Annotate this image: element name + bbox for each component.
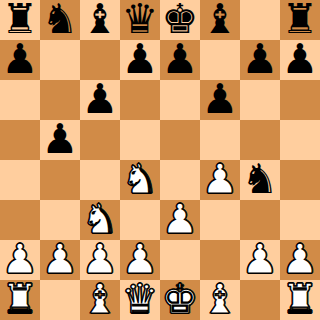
square-c7[interactable] [80,40,120,80]
square-c8[interactable]: ♝ [80,0,120,40]
piece-white-pawn: ♟ [82,239,119,279]
piece-black-pawn: ♟ [162,39,199,79]
square-e3[interactable]: ♟ [160,200,200,240]
square-e8[interactable]: ♚ [160,0,200,40]
piece-black-pawn: ♟ [122,39,159,79]
piece-white-king: ♚ [162,279,199,319]
piece-white-pawn: ♟ [2,239,39,279]
square-h3[interactable] [280,200,320,240]
piece-white-rook: ♜ [2,279,39,319]
square-a5[interactable] [0,120,40,160]
square-f2[interactable] [200,240,240,280]
square-d3[interactable] [120,200,160,240]
square-b1[interactable] [40,280,80,320]
piece-black-pawn: ♟ [2,39,39,79]
square-h5[interactable] [280,120,320,160]
square-g7[interactable]: ♟ [240,40,280,80]
piece-white-pawn: ♟ [282,239,319,279]
piece-black-knight: ♞ [242,159,279,199]
square-d4[interactable]: ♞ [120,160,160,200]
chess-board: ♜♞♝♛♚♝♜♟♟♟♟♟♟♟♟♞♟♞♞♟♟♟♟♟♟♟♜♝♛♚♝♜ [0,0,320,320]
square-b5[interactable]: ♟ [40,120,80,160]
square-h6[interactable] [280,80,320,120]
square-e7[interactable]: ♟ [160,40,200,80]
square-e4[interactable] [160,160,200,200]
square-g3[interactable] [240,200,280,240]
square-e2[interactable] [160,240,200,280]
square-h8[interactable]: ♜ [280,0,320,40]
piece-black-rook: ♜ [282,0,319,39]
square-e5[interactable] [160,120,200,160]
square-c4[interactable] [80,160,120,200]
square-c1[interactable]: ♝ [80,280,120,320]
square-g1[interactable] [240,280,280,320]
piece-white-bishop: ♝ [82,279,119,319]
square-g2[interactable]: ♟ [240,240,280,280]
piece-black-bishop: ♝ [202,0,239,39]
piece-white-knight: ♞ [122,159,159,199]
square-a7[interactable]: ♟ [0,40,40,80]
square-a3[interactable] [0,200,40,240]
piece-black-knight: ♞ [42,0,79,39]
square-e6[interactable] [160,80,200,120]
square-c3[interactable]: ♞ [80,200,120,240]
square-h4[interactable] [280,160,320,200]
square-f3[interactable] [200,200,240,240]
square-c2[interactable]: ♟ [80,240,120,280]
square-a8[interactable]: ♜ [0,0,40,40]
piece-white-rook: ♜ [282,279,319,319]
piece-white-bishop: ♝ [202,279,239,319]
square-b3[interactable] [40,200,80,240]
square-b8[interactable]: ♞ [40,0,80,40]
piece-white-pawn: ♟ [42,239,79,279]
piece-black-bishop: ♝ [82,0,119,39]
piece-white-knight: ♞ [82,199,119,239]
piece-black-pawn: ♟ [42,119,79,159]
square-a4[interactable] [0,160,40,200]
square-d2[interactable]: ♟ [120,240,160,280]
square-d5[interactable] [120,120,160,160]
square-b6[interactable] [40,80,80,120]
square-c5[interactable] [80,120,120,160]
square-h2[interactable]: ♟ [280,240,320,280]
square-g6[interactable] [240,80,280,120]
piece-black-pawn: ♟ [202,79,239,119]
square-f4[interactable]: ♟ [200,160,240,200]
piece-white-queen: ♛ [122,279,159,319]
square-f8[interactable]: ♝ [200,0,240,40]
square-a1[interactable]: ♜ [0,280,40,320]
square-e1[interactable]: ♚ [160,280,200,320]
piece-black-pawn: ♟ [242,39,279,79]
square-d1[interactable]: ♛ [120,280,160,320]
square-d8[interactable]: ♛ [120,0,160,40]
square-h7[interactable]: ♟ [280,40,320,80]
square-g5[interactable] [240,120,280,160]
square-d6[interactable] [120,80,160,120]
square-b4[interactable] [40,160,80,200]
square-c6[interactable]: ♟ [80,80,120,120]
square-f5[interactable] [200,120,240,160]
piece-black-pawn: ♟ [282,39,319,79]
square-b2[interactable]: ♟ [40,240,80,280]
square-g4[interactable]: ♞ [240,160,280,200]
piece-black-king: ♚ [162,0,199,39]
square-d7[interactable]: ♟ [120,40,160,80]
square-f1[interactable]: ♝ [200,280,240,320]
piece-black-pawn: ♟ [82,79,119,119]
piece-white-pawn: ♟ [242,239,279,279]
square-a6[interactable] [0,80,40,120]
piece-white-pawn: ♟ [122,239,159,279]
piece-black-rook: ♜ [2,0,39,39]
piece-white-pawn: ♟ [202,159,239,199]
piece-black-queen: ♛ [122,0,159,39]
square-f7[interactable] [200,40,240,80]
square-g8[interactable] [240,0,280,40]
square-b7[interactable] [40,40,80,80]
square-f6[interactable]: ♟ [200,80,240,120]
square-a2[interactable]: ♟ [0,240,40,280]
square-h1[interactable]: ♜ [280,280,320,320]
piece-white-pawn: ♟ [162,199,199,239]
